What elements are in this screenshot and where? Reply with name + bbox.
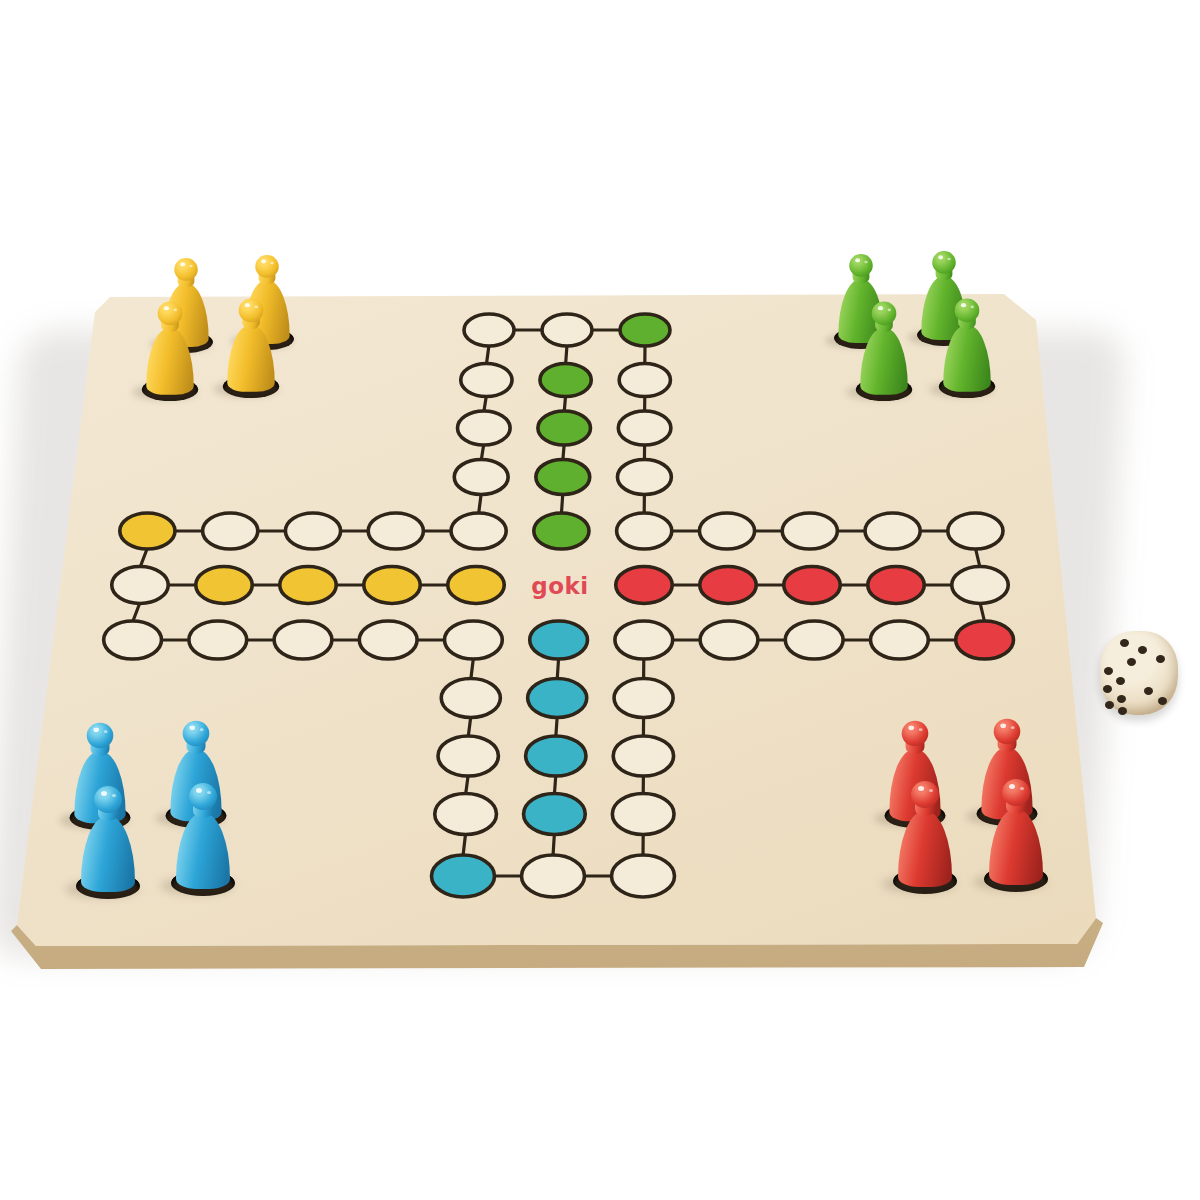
track-connector <box>553 834 554 857</box>
track-cell-6-1[interactable] <box>619 364 670 397</box>
blue-home-cell-3[interactable] <box>528 679 587 718</box>
track-connector <box>471 658 474 680</box>
track-cell-1-4[interactable] <box>203 513 258 549</box>
red-pawn-4[interactable] <box>987 778 1045 892</box>
track-cell-4-0[interactable] <box>464 314 514 346</box>
track-cell-1-6[interactable] <box>189 621 247 659</box>
track-cell-4-1[interactable] <box>461 364 512 397</box>
track-cell-0-6[interactable] <box>104 621 162 659</box>
track-connector <box>557 658 558 680</box>
pawn-head <box>994 719 1021 745</box>
track-connector <box>468 717 471 738</box>
die-pip <box>1103 685 1112 693</box>
pawn-head <box>183 721 210 747</box>
red-home-cell-1[interactable] <box>868 567 925 604</box>
track-cell-6-7[interactable] <box>614 679 673 718</box>
pawn-body <box>227 325 275 392</box>
track-cell-2-4[interactable] <box>285 513 340 549</box>
pawn-body <box>176 813 230 889</box>
track-cell-2-6[interactable] <box>274 621 332 659</box>
board-track-layer <box>0 0 1200 1200</box>
track-cell-7-6[interactable] <box>700 621 758 659</box>
yellow-pawn-4[interactable] <box>225 298 276 398</box>
track-cell-6-2[interactable] <box>618 411 671 445</box>
pawn-head <box>1002 779 1030 806</box>
pawn-body <box>898 811 952 887</box>
track-cell-5-0[interactable] <box>542 314 592 346</box>
die-pip <box>1105 701 1114 709</box>
track-cell-4-4[interactable] <box>451 513 506 549</box>
pawn-head <box>255 255 279 278</box>
die-pip <box>1156 655 1165 663</box>
yellow-home-cell-3[interactable] <box>364 567 421 604</box>
pawn-head <box>87 723 114 749</box>
track-cell-6-8[interactable] <box>613 736 673 776</box>
green-pawn-4[interactable] <box>941 298 992 398</box>
track-connector <box>561 494 562 515</box>
track-cell-6-10[interactable] <box>612 855 675 897</box>
pawn-head <box>174 258 198 281</box>
die-pip <box>1117 695 1126 703</box>
red-home-cell-3[interactable] <box>700 567 757 604</box>
pawn-head <box>955 299 980 323</box>
green-home-cell-1[interactable] <box>540 364 591 397</box>
green-pawn-3[interactable] <box>858 301 909 401</box>
goki-logo: goki <box>531 573 588 599</box>
track-cell-3-4[interactable] <box>368 513 423 549</box>
pawn-head <box>872 302 897 326</box>
die-pip <box>1127 658 1136 666</box>
track-cell-8-4[interactable] <box>782 513 837 549</box>
track-connector <box>975 548 980 568</box>
yellow-home-cell-4[interactable] <box>448 567 505 604</box>
die-pip <box>1118 707 1127 715</box>
track-cell-10-4[interactable] <box>948 513 1003 549</box>
pawn-body <box>81 816 135 892</box>
track-connector <box>479 494 482 515</box>
track-cell-6-6[interactable] <box>615 621 673 659</box>
track-cell-10-5[interactable] <box>952 567 1009 604</box>
dice[interactable] <box>1100 631 1178 715</box>
track-connector <box>133 603 140 623</box>
die-pip <box>1158 697 1167 705</box>
green-home-cell-2[interactable] <box>538 411 591 445</box>
blue-home-cell-2[interactable] <box>526 736 586 776</box>
green-start-cell[interactable] <box>620 314 670 346</box>
track-cell-4-2[interactable] <box>458 411 511 445</box>
track-cell-3-6[interactable] <box>359 621 417 659</box>
green-home-cell-4[interactable] <box>534 513 589 549</box>
red-home-cell-4[interactable] <box>616 567 673 604</box>
pawn-head <box>94 786 122 813</box>
track-cell-4-9[interactable] <box>435 794 497 835</box>
red-start-cell[interactable] <box>956 621 1014 659</box>
pawn-body <box>989 809 1043 885</box>
track-connector <box>566 345 567 365</box>
track-cell-4-6[interactable] <box>445 621 503 659</box>
track-connector <box>980 603 985 623</box>
track-cell-5-10[interactable] <box>522 855 585 897</box>
track-cell-9-4[interactable] <box>865 513 920 549</box>
pawn-head <box>158 302 183 326</box>
blue-start-cell[interactable] <box>432 855 495 897</box>
scene: goki <box>0 0 1200 1200</box>
red-pawn-3[interactable] <box>896 780 954 894</box>
blue-home-cell-4[interactable] <box>530 621 588 659</box>
track-connector <box>554 775 555 795</box>
yellow-start-cell[interactable] <box>120 513 175 549</box>
pawn-body <box>943 325 991 392</box>
die-pip <box>1144 687 1153 695</box>
die-pip <box>1138 646 1147 654</box>
yellow-home-cell-2[interactable] <box>280 567 337 604</box>
track-connector <box>556 717 557 738</box>
track-cell-6-9[interactable] <box>612 794 674 835</box>
blue-home-cell-1[interactable] <box>524 794 586 835</box>
track-cell-0-5[interactable] <box>112 567 169 604</box>
die-pip <box>1120 639 1129 647</box>
track-cell-4-3[interactable] <box>454 460 508 495</box>
track-connector <box>466 775 469 795</box>
green-home-cell-3[interactable] <box>536 460 590 495</box>
track-cell-8-6[interactable] <box>785 621 843 659</box>
die-pip <box>1104 667 1113 675</box>
pawn-head <box>902 721 929 747</box>
blue-pawn-4[interactable] <box>174 782 232 896</box>
yellow-pawn-3[interactable] <box>144 301 195 401</box>
pawn-head <box>189 783 217 810</box>
red-home-cell-2[interactable] <box>784 567 841 604</box>
track-connector <box>140 548 147 568</box>
track-cell-7-4[interactable] <box>699 513 754 549</box>
yellow-home-cell-1[interactable] <box>196 567 253 604</box>
pawn-head <box>849 254 873 277</box>
track-connector <box>463 834 466 857</box>
track-cell-4-7[interactable] <box>441 679 500 718</box>
pawn-body <box>860 328 908 395</box>
pawn-head <box>239 299 264 323</box>
track-cell-4-8[interactable] <box>438 736 498 776</box>
track-connector <box>486 345 489 365</box>
track-cell-9-6[interactable] <box>871 621 929 659</box>
pawn-head <box>911 781 939 808</box>
pawn-head <box>932 251 956 274</box>
track-cell-6-4[interactable] <box>617 513 672 549</box>
track-cell-6-3[interactable] <box>617 460 671 495</box>
die-pip <box>1116 677 1125 685</box>
blue-pawn-3[interactable] <box>79 785 137 899</box>
pawn-body <box>146 328 194 395</box>
